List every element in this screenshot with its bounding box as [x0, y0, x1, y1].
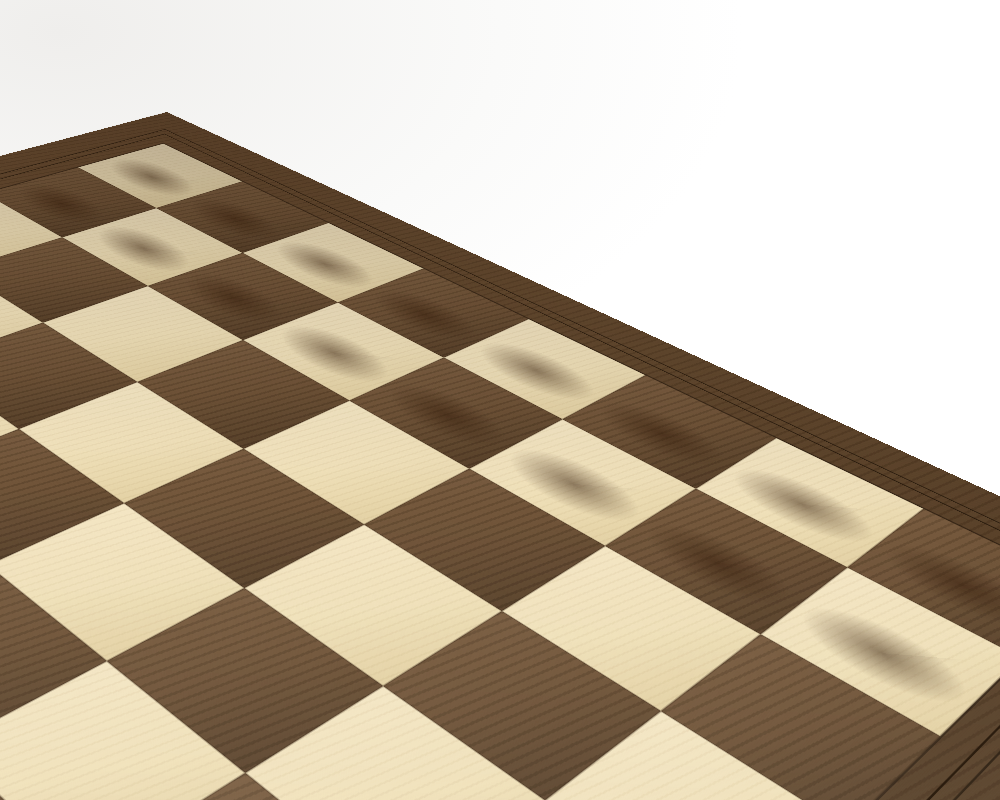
- photo-scene: ♜♞♝♛♚♝♞♜♟♟♟♟♟♟♟♟: [0, 0, 1000, 800]
- piece-black-pawn-h7: ♟: [622, 367, 1000, 674]
- camera-roll: ♜♞♝♛♚♝♞♜♟♟♟♟♟♟♟♟: [0, 0, 1000, 800]
- board-frame: ♜♞♝♛♚♝♞♜♟♟♟♟♟♟♟♟: [0, 112, 1000, 800]
